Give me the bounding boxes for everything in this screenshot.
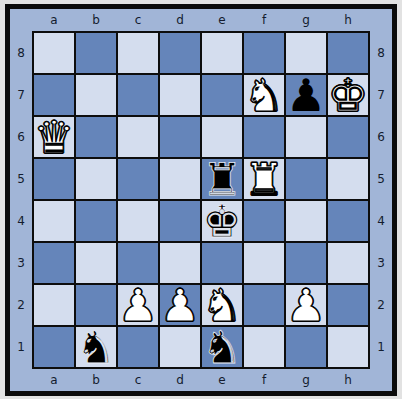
white-knight-piece[interactable]: ♞ — [244, 73, 284, 118]
square-e6[interactable] — [202, 117, 242, 157]
file-label-e: e — [218, 14, 225, 26]
square-e1[interactable]: ♞ — [202, 327, 242, 367]
square-b7[interactable] — [76, 75, 116, 115]
square-c6[interactable] — [118, 117, 158, 157]
square-c3[interactable] — [118, 243, 158, 283]
square-a7[interactable] — [34, 75, 74, 115]
square-h6[interactable] — [328, 117, 368, 157]
square-a2[interactable] — [34, 285, 74, 325]
square-d2[interactable]: ♟ — [160, 285, 200, 325]
file-label-g: g — [302, 14, 310, 26]
rank-label-5: 5 — [17, 173, 25, 185]
black-king-piece[interactable]: ♚ — [202, 199, 242, 244]
rank-label-1: 1 — [17, 341, 25, 353]
file-label-f: f — [262, 374, 266, 386]
square-b5[interactable] — [76, 159, 116, 199]
square-g8[interactable] — [286, 33, 326, 73]
rank-labels-left: 87654321 — [10, 31, 32, 369]
rank-label-1: 1 — [377, 341, 385, 353]
square-f2[interactable] — [244, 285, 284, 325]
rank-label-6: 6 — [377, 131, 385, 143]
square-c4[interactable] — [118, 201, 158, 241]
chess-board: ♞♟♚♛♜♜♚♟♟♞♟♞♞ — [32, 31, 370, 369]
square-g6[interactable] — [286, 117, 326, 157]
rank-label-2: 2 — [17, 299, 25, 311]
square-c1[interactable] — [118, 327, 158, 367]
square-b8[interactable] — [76, 33, 116, 73]
square-a8[interactable] — [34, 33, 74, 73]
square-f8[interactable] — [244, 33, 284, 73]
square-b4[interactable] — [76, 201, 116, 241]
square-a5[interactable] — [34, 159, 74, 199]
file-label-g: g — [302, 374, 310, 386]
file-labels-top: abcdefgh — [32, 9, 370, 31]
square-d4[interactable] — [160, 201, 200, 241]
white-queen-piece[interactable]: ♛ — [34, 115, 74, 160]
square-b6[interactable] — [76, 117, 116, 157]
square-h7[interactable]: ♚ — [328, 75, 368, 115]
rank-label-3: 3 — [377, 257, 385, 269]
file-label-h: h — [344, 374, 352, 386]
square-e8[interactable] — [202, 33, 242, 73]
square-e4[interactable]: ♚ — [202, 201, 242, 241]
square-f6[interactable] — [244, 117, 284, 157]
file-label-a: a — [50, 14, 57, 26]
white-king-piece[interactable]: ♚ — [328, 73, 368, 118]
file-label-b: b — [92, 374, 100, 386]
square-c8[interactable] — [118, 33, 158, 73]
square-a4[interactable] — [34, 201, 74, 241]
file-label-f: f — [262, 14, 266, 26]
square-a3[interactable] — [34, 243, 74, 283]
rank-label-7: 7 — [377, 89, 385, 101]
rank-label-3: 3 — [17, 257, 25, 269]
square-f1[interactable] — [244, 327, 284, 367]
rank-label-8: 8 — [17, 47, 25, 59]
square-h1[interactable] — [328, 327, 368, 367]
square-f4[interactable] — [244, 201, 284, 241]
square-d5[interactable] — [160, 159, 200, 199]
rank-label-2: 2 — [377, 299, 385, 311]
square-f5[interactable]: ♜ — [244, 159, 284, 199]
black-knight-piece[interactable]: ♞ — [76, 325, 116, 370]
square-e5[interactable]: ♜ — [202, 159, 242, 199]
square-a1[interactable] — [34, 327, 74, 367]
square-h5[interactable] — [328, 159, 368, 199]
square-b3[interactable] — [76, 243, 116, 283]
square-c2[interactable]: ♟ — [118, 285, 158, 325]
square-g2[interactable]: ♟ — [286, 285, 326, 325]
square-b2[interactable] — [76, 285, 116, 325]
square-g4[interactable] — [286, 201, 326, 241]
square-d1[interactable] — [160, 327, 200, 367]
rank-label-8: 8 — [377, 47, 385, 59]
square-h3[interactable] — [328, 243, 368, 283]
square-g1[interactable] — [286, 327, 326, 367]
square-d6[interactable] — [160, 117, 200, 157]
file-label-h: h — [344, 14, 352, 26]
black-knight-piece[interactable]: ♞ — [202, 325, 242, 370]
square-f7[interactable]: ♞ — [244, 75, 284, 115]
square-f3[interactable] — [244, 243, 284, 283]
board-outer-border: abcdefgh 87654321 ♞♟♚♛♜♜♚♟♟♞♟♞♞ 87654321… — [5, 4, 397, 396]
rank-label-6: 6 — [17, 131, 25, 143]
black-pawn-piece[interactable]: ♟ — [286, 73, 326, 118]
square-h8[interactable] — [328, 33, 368, 73]
square-g3[interactable] — [286, 243, 326, 283]
rank-label-5: 5 — [377, 173, 385, 185]
square-a6[interactable]: ♛ — [34, 117, 74, 157]
square-e2[interactable]: ♞ — [202, 285, 242, 325]
file-label-d: d — [176, 374, 184, 386]
square-b1[interactable]: ♞ — [76, 327, 116, 367]
rank-label-7: 7 — [17, 89, 25, 101]
rank-label-4: 4 — [17, 215, 25, 227]
file-label-e: e — [218, 374, 225, 386]
file-label-d: d — [176, 14, 184, 26]
rank-labels-right: 87654321 — [370, 31, 392, 369]
square-d3[interactable] — [160, 243, 200, 283]
square-h2[interactable] — [328, 285, 368, 325]
file-label-c: c — [135, 14, 142, 26]
square-g5[interactable] — [286, 159, 326, 199]
file-label-c: c — [135, 374, 142, 386]
square-e7[interactable] — [202, 75, 242, 115]
rank-label-4: 4 — [377, 215, 385, 227]
square-h4[interactable] — [328, 201, 368, 241]
file-label-b: b — [92, 14, 100, 26]
square-c5[interactable] — [118, 159, 158, 199]
chess-diagram: abcdefgh 87654321 ♞♟♚♛♜♜♚♟♟♞♟♞♞ 87654321… — [0, 0, 402, 399]
square-d7[interactable] — [160, 75, 200, 115]
square-e3[interactable] — [202, 243, 242, 283]
white-pawn-piece[interactable]: ♟ — [160, 283, 200, 328]
square-g7[interactable]: ♟ — [286, 75, 326, 115]
file-label-a: a — [50, 374, 57, 386]
square-c7[interactable] — [118, 75, 158, 115]
board-frame: abcdefgh 87654321 ♞♟♚♛♜♜♚♟♟♞♟♞♞ 87654321… — [10, 9, 392, 391]
white-rook-piece[interactable]: ♜ — [244, 157, 284, 202]
white-pawn-piece[interactable]: ♟ — [286, 283, 326, 328]
square-d8[interactable] — [160, 33, 200, 73]
white-pawn-piece[interactable]: ♟ — [118, 283, 158, 328]
